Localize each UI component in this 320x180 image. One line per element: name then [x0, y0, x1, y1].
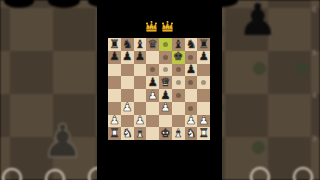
piece-white-rook[interactable]: ♜	[108, 127, 121, 140]
square-g6[interactable]: ♟	[185, 64, 198, 77]
crown-icon	[161, 18, 174, 37]
move-hint-dot[interactable]	[176, 80, 181, 85]
piece-white-bishop[interactable]: ♝	[172, 127, 185, 140]
square-c5[interactable]	[134, 76, 147, 89]
square-c4[interactable]	[134, 89, 147, 102]
piece-white-bishop[interactable]: ♝	[134, 127, 147, 140]
piece-white-pawn[interactable]: ♟	[159, 102, 172, 115]
square-f6[interactable]	[172, 64, 185, 77]
piece-white-rook[interactable]: ♜	[197, 127, 210, 140]
square-d2[interactable]	[146, 115, 159, 128]
piece-white-pawn[interactable]: ♟	[121, 102, 134, 115]
square-g1[interactable]: ♞	[185, 127, 198, 140]
backdrop-piece-silhouette	[48, 0, 80, 8]
piece-black-pawn[interactable]: ♟	[197, 51, 210, 64]
square-g4[interactable]	[185, 89, 198, 102]
backdrop-rank-label: 4	[312, 92, 316, 100]
square-f7[interactable]: ♚	[172, 51, 185, 64]
backdrop-piece-top	[45, 169, 65, 180]
crowns-overlay	[97, 18, 222, 37]
backdrop-piece-top	[293, 167, 313, 180]
backdrop-rank-label: 6	[312, 6, 316, 14]
piece-black-pawn[interactable]: ♟	[108, 51, 121, 64]
backdrop-piece-top	[250, 167, 270, 180]
backdrop-move-dot	[252, 141, 265, 154]
move-hint-dot[interactable]	[176, 67, 181, 72]
square-a1[interactable]: ♜	[108, 127, 121, 140]
piece-white-knight[interactable]: ♞	[121, 127, 134, 140]
move-hint-dot[interactable]	[201, 80, 206, 85]
piece-black-pawn[interactable]: ♟	[121, 51, 134, 64]
backdrop-move-dot	[296, 62, 309, 75]
piece-white-pawn[interactable]: ♟	[146, 89, 159, 102]
square-a7[interactable]: ♟	[108, 51, 121, 64]
piece-white-knight[interactable]: ♞	[185, 127, 198, 140]
piece-black-pawn[interactable]: ♟	[134, 51, 147, 64]
piece-black-king[interactable]: ♚	[172, 51, 185, 64]
square-d1[interactable]	[146, 127, 159, 140]
square-b6[interactable]	[121, 64, 134, 77]
move-hint-dot[interactable]	[188, 55, 193, 60]
square-c1[interactable]: ♝	[134, 127, 147, 140]
move-hint-dot[interactable]	[176, 93, 181, 98]
square-d3[interactable]	[146, 102, 159, 115]
square-b7[interactable]: ♟	[121, 51, 134, 64]
square-f5[interactable]	[172, 76, 185, 89]
square-h7[interactable]: ♟	[197, 51, 210, 64]
move-hint-dot[interactable]	[163, 67, 168, 72]
square-f1[interactable]: ♝	[172, 127, 185, 140]
square-e7[interactable]	[159, 51, 172, 64]
move-hint-dot[interactable]	[150, 67, 155, 72]
shorts-frame: ♟ ♟ 6543	[0, 0, 320, 180]
backdrop-rank-label: 5	[312, 49, 316, 57]
square-g8[interactable]: ♞	[185, 38, 198, 51]
video-frame: ♜♞♝♛♝♞♜♟♟♟♚♟♟♟♛♟♟♟♟♟♟♟♟♜♞♝♚♝♞♜	[97, 0, 222, 180]
piece-black-pawn[interactable]: ♟	[185, 64, 198, 77]
backdrop-rank-label: 3	[312, 135, 316, 143]
square-f4[interactable]	[172, 89, 185, 102]
chess-board: ♜♞♝♛♝♞♜♟♟♟♚♟♟♟♛♟♟♟♟♟♟♟♟♜♞♝♚♝♞♜	[108, 38, 210, 140]
square-a5[interactable]	[108, 76, 121, 89]
square-h5[interactable]	[197, 76, 210, 89]
square-b5[interactable]	[121, 76, 134, 89]
square-a6[interactable]	[108, 64, 121, 77]
square-h1[interactable]: ♜	[197, 127, 210, 140]
backdrop-move-dot	[253, 62, 266, 75]
square-e3[interactable]: ♟	[159, 102, 172, 115]
square-b1[interactable]: ♞	[121, 127, 134, 140]
square-e8[interactable]	[159, 38, 172, 51]
square-b3[interactable]: ♟	[121, 102, 134, 115]
square-h6[interactable]	[197, 64, 210, 77]
backdrop-piece-top	[2, 168, 22, 180]
move-hint-dot[interactable]	[188, 80, 193, 85]
square-e1[interactable]: ♚	[159, 127, 172, 140]
move-hint-dot[interactable]	[163, 55, 168, 60]
move-hint-dot[interactable]	[188, 106, 193, 111]
square-c6[interactable]	[134, 64, 147, 77]
piece-white-king[interactable]: ♚	[159, 127, 172, 140]
square-f3[interactable]	[172, 102, 185, 115]
backdrop-piece-silhouette	[4, 0, 34, 8]
piece-black-knight[interactable]: ♞	[185, 38, 198, 51]
square-h4[interactable]	[197, 89, 210, 102]
backdrop-pawn-silhouette: ♟	[238, 0, 277, 42]
square-c7[interactable]: ♟	[134, 51, 147, 64]
square-d7[interactable]	[146, 51, 159, 64]
square-d4[interactable]: ♟	[146, 89, 159, 102]
piece-black-queen[interactable]: ♛	[146, 38, 159, 51]
crown-icon	[145, 18, 158, 37]
backdrop-pawn-silhouette: ♟	[42, 118, 83, 164]
square-g5[interactable]	[185, 76, 198, 89]
square-a4[interactable]	[108, 89, 121, 102]
move-hint-dot[interactable]	[163, 42, 168, 47]
square-d8[interactable]: ♛	[146, 38, 159, 51]
